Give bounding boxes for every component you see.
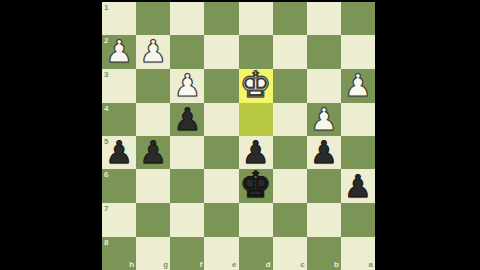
square-e3[interactable] [204,69,238,103]
rank-label-4: 4 [104,105,108,113]
square-h3[interactable]: 3 [102,69,136,103]
square-b4[interactable]: ♟ [307,103,341,136]
square-h1[interactable]: 1 [102,2,136,35]
square-a7[interactable] [341,203,375,236]
black-king[interactable]: ♚ [239,167,271,203]
square-d3[interactable]: ♚ [239,69,273,103]
square-d4[interactable] [239,103,273,136]
square-h7[interactable]: 7 [102,203,136,236]
square-d6[interactable]: ♚ [239,169,273,203]
square-c3[interactable] [273,69,307,103]
square-b3[interactable] [307,69,341,103]
square-b6[interactable] [307,169,341,203]
square-b1[interactable] [307,2,341,35]
square-f1[interactable] [170,2,204,35]
square-f2[interactable] [170,35,204,68]
black-pawn[interactable]: ♟ [344,171,372,202]
black-pawn[interactable]: ♟ [105,137,133,168]
file-label-b: b [334,261,339,269]
square-e4[interactable] [204,103,238,136]
square-g5[interactable]: ♟ [136,136,170,169]
square-h4[interactable]: 4 [102,103,136,136]
square-c5[interactable] [273,136,307,169]
square-g1[interactable] [136,2,170,35]
square-f5[interactable] [170,136,204,169]
square-b8[interactable]: b [307,237,341,270]
rank-label-8: 8 [104,239,108,247]
white-pawn[interactable]: ♟ [105,36,133,67]
square-e7[interactable] [204,203,238,236]
white-pawn[interactable]: ♟ [310,104,338,135]
square-b7[interactable] [307,203,341,236]
square-h8[interactable]: 8h [102,237,136,270]
square-g2[interactable]: ♟ [136,35,170,68]
square-c1[interactable] [273,2,307,35]
square-g6[interactable] [136,169,170,203]
square-a5[interactable] [341,136,375,169]
square-g4[interactable] [136,103,170,136]
white-pawn[interactable]: ♟ [173,70,201,101]
file-label-a: a [369,261,373,269]
file-label-h: h [129,261,134,269]
square-f6[interactable] [170,169,204,203]
black-pawn[interactable]: ♟ [139,137,167,168]
file-label-c: c [300,261,304,269]
square-b5[interactable]: ♟ [307,136,341,169]
square-e2[interactable] [204,35,238,68]
square-e5[interactable] [204,136,238,169]
square-a8[interactable]: a [341,237,375,270]
rank-label-7: 7 [104,205,108,213]
square-f4[interactable]: ♟ [170,103,204,136]
square-a2[interactable] [341,35,375,68]
file-label-d: d [266,261,271,269]
square-f7[interactable] [170,203,204,236]
square-g3[interactable] [136,69,170,103]
square-a1[interactable] [341,2,375,35]
square-b2[interactable] [307,35,341,68]
square-d1[interactable] [239,2,273,35]
square-e6[interactable] [204,169,238,203]
white-king[interactable]: ♚ [239,67,271,103]
square-d8[interactable]: d [239,237,273,270]
file-label-e: e [232,261,236,269]
square-h5[interactable]: 5♟ [102,136,136,169]
square-c2[interactable] [273,35,307,68]
square-f8[interactable]: f [170,237,204,270]
letterbox-right [375,0,480,270]
black-pawn[interactable]: ♟ [310,137,338,168]
square-h2[interactable]: 2♟ [102,35,136,68]
square-a3[interactable]: ♟ [341,69,375,103]
square-a6[interactable]: ♟ [341,169,375,203]
video-frame: 12♟♟3♟♚♟4♟♟5♟♟♟♟6♚♟78hgfedcba [0,0,480,270]
letterbox-left [0,0,102,270]
black-pawn[interactable]: ♟ [173,104,201,135]
square-g7[interactable] [136,203,170,236]
square-c4[interactable] [273,103,307,136]
square-a4[interactable] [341,103,375,136]
white-pawn[interactable]: ♟ [344,70,372,101]
square-d7[interactable] [239,203,273,236]
square-c7[interactable] [273,203,307,236]
file-label-g: g [163,261,168,269]
square-c8[interactable]: c [273,237,307,270]
square-e8[interactable]: e [204,237,238,270]
white-pawn[interactable]: ♟ [139,36,167,67]
square-g8[interactable]: g [136,237,170,270]
rank-label-6: 6 [104,171,108,179]
chess-board: 12♟♟3♟♚♟4♟♟5♟♟♟♟6♚♟78hgfedcba [102,2,375,270]
rank-label-3: 3 [104,71,108,79]
square-e1[interactable] [204,2,238,35]
square-h6[interactable]: 6 [102,169,136,203]
rank-label-1: 1 [104,4,108,12]
file-label-f: f [200,261,203,269]
square-f3[interactable]: ♟ [170,69,204,103]
square-c6[interactable] [273,169,307,203]
